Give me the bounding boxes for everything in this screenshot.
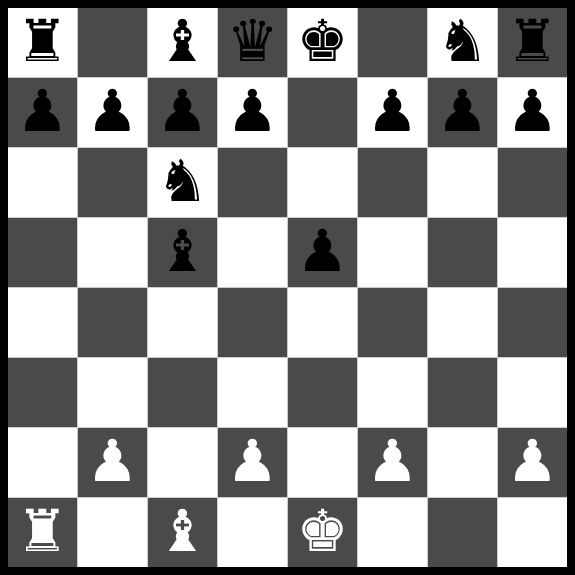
square-b3[interactable] <box>78 358 147 427</box>
square-g4[interactable] <box>428 288 497 357</box>
square-d3[interactable] <box>218 358 287 427</box>
square-e4[interactable] <box>288 288 357 357</box>
square-g7[interactable]: ♟ <box>428 78 497 147</box>
square-e1[interactable]: ♚ <box>288 498 357 567</box>
square-f7[interactable]: ♟ <box>358 78 427 147</box>
square-g6[interactable] <box>428 148 497 217</box>
piece-black-pawn[interactable]: ♟ <box>227 82 279 140</box>
square-g1[interactable] <box>428 498 497 567</box>
board-frame: ♜♝♛♚♞♜♟♟♟♟♟♟♟♞♝♟♟♟♟♟♜♝♚ <box>0 0 575 575</box>
square-c5[interactable]: ♝ <box>148 218 217 287</box>
chess-board: ♜♝♛♚♞♜♟♟♟♟♟♟♟♞♝♟♟♟♟♟♜♝♚ <box>8 8 567 567</box>
square-e6[interactable] <box>288 148 357 217</box>
piece-black-pawn[interactable]: ♟ <box>507 82 559 140</box>
square-d8[interactable]: ♛ <box>218 8 287 77</box>
square-c6[interactable]: ♞ <box>148 148 217 217</box>
square-d6[interactable] <box>218 148 287 217</box>
square-f3[interactable] <box>358 358 427 427</box>
square-h7[interactable]: ♟ <box>498 78 567 147</box>
square-f5[interactable] <box>358 218 427 287</box>
square-a1[interactable]: ♜ <box>8 498 77 567</box>
square-b6[interactable] <box>78 148 147 217</box>
square-b5[interactable] <box>78 218 147 287</box>
square-a3[interactable] <box>8 358 77 427</box>
square-c7[interactable]: ♟ <box>148 78 217 147</box>
square-b8[interactable] <box>78 8 147 77</box>
square-g2[interactable] <box>428 428 497 497</box>
square-a8[interactable]: ♜ <box>8 8 77 77</box>
square-h2[interactable]: ♟ <box>498 428 567 497</box>
square-a6[interactable] <box>8 148 77 217</box>
square-h8[interactable]: ♜ <box>498 8 567 77</box>
square-g5[interactable] <box>428 218 497 287</box>
square-f1[interactable] <box>358 498 427 567</box>
piece-black-pawn[interactable]: ♟ <box>157 82 209 140</box>
piece-black-king[interactable]: ♚ <box>297 12 349 70</box>
piece-white-king[interactable]: ♚ <box>297 502 349 560</box>
piece-black-rook[interactable]: ♜ <box>507 12 559 70</box>
square-a7[interactable]: ♟ <box>8 78 77 147</box>
square-h6[interactable] <box>498 148 567 217</box>
square-e7[interactable] <box>288 78 357 147</box>
piece-white-bishop[interactable]: ♝ <box>157 502 209 560</box>
piece-white-pawn[interactable]: ♟ <box>227 432 279 490</box>
square-e5[interactable]: ♟ <box>288 218 357 287</box>
square-d7[interactable]: ♟ <box>218 78 287 147</box>
square-d5[interactable] <box>218 218 287 287</box>
square-f2[interactable]: ♟ <box>358 428 427 497</box>
piece-white-pawn[interactable]: ♟ <box>367 432 419 490</box>
piece-black-knight[interactable]: ♞ <box>437 12 489 70</box>
square-c3[interactable] <box>148 358 217 427</box>
square-c1[interactable]: ♝ <box>148 498 217 567</box>
square-h1[interactable] <box>498 498 567 567</box>
square-g3[interactable] <box>428 358 497 427</box>
square-b1[interactable] <box>78 498 147 567</box>
square-g8[interactable]: ♞ <box>428 8 497 77</box>
piece-black-pawn[interactable]: ♟ <box>437 82 489 140</box>
piece-black-bishop[interactable]: ♝ <box>157 222 209 280</box>
square-b7[interactable]: ♟ <box>78 78 147 147</box>
square-f6[interactable] <box>358 148 427 217</box>
square-b2[interactable]: ♟ <box>78 428 147 497</box>
square-a2[interactable] <box>8 428 77 497</box>
square-d2[interactable]: ♟ <box>218 428 287 497</box>
square-f8[interactable] <box>358 8 427 77</box>
piece-black-pawn[interactable]: ♟ <box>87 82 139 140</box>
square-e2[interactable] <box>288 428 357 497</box>
square-a4[interactable] <box>8 288 77 357</box>
square-e3[interactable] <box>288 358 357 427</box>
piece-black-pawn[interactable]: ♟ <box>367 82 419 140</box>
square-d1[interactable] <box>218 498 287 567</box>
square-h4[interactable] <box>498 288 567 357</box>
square-b4[interactable] <box>78 288 147 357</box>
square-h3[interactable] <box>498 358 567 427</box>
square-c8[interactable]: ♝ <box>148 8 217 77</box>
piece-black-bishop[interactable]: ♝ <box>157 12 209 70</box>
piece-black-rook[interactable]: ♜ <box>17 12 69 70</box>
piece-white-rook[interactable]: ♜ <box>17 502 69 560</box>
piece-black-knight[interactable]: ♞ <box>157 152 209 210</box>
square-c2[interactable] <box>148 428 217 497</box>
square-f4[interactable] <box>358 288 427 357</box>
square-a5[interactable] <box>8 218 77 287</box>
piece-black-pawn[interactable]: ♟ <box>17 82 69 140</box>
piece-white-pawn[interactable]: ♟ <box>87 432 139 490</box>
square-d4[interactable] <box>218 288 287 357</box>
piece-black-queen[interactable]: ♛ <box>227 12 279 70</box>
square-e8[interactable]: ♚ <box>288 8 357 77</box>
square-c4[interactable] <box>148 288 217 357</box>
square-h5[interactable] <box>498 218 567 287</box>
piece-black-pawn[interactable]: ♟ <box>297 222 349 280</box>
piece-white-pawn[interactable]: ♟ <box>507 432 559 490</box>
